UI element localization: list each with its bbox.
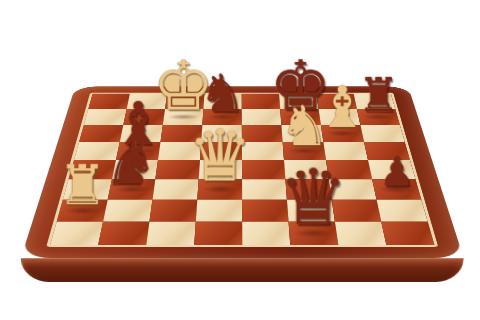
chessboard-photo-scene: ♛♜♞♛♟♝♞♝♚♞♚♜ bbox=[0, 0, 480, 320]
square-b2 bbox=[103, 200, 152, 222]
square-b1 bbox=[98, 222, 149, 246]
board-front-edge bbox=[21, 258, 464, 282]
black-queen-glyph: ♛ bbox=[279, 162, 348, 235]
square-d2 bbox=[196, 200, 242, 222]
square-c2 bbox=[149, 200, 197, 222]
white-rook-glyph: ♜ bbox=[58, 160, 107, 212]
chess-board: ♛♜♞♛♟♝♞♝♚♞♚♜ bbox=[21, 86, 464, 258]
square-h2 bbox=[377, 200, 428, 222]
square-c1 bbox=[146, 222, 196, 246]
black-knight-glyph: ♞ bbox=[105, 135, 158, 191]
white-knight-glyph: ♞ bbox=[279, 100, 329, 152]
square-h1 bbox=[381, 222, 434, 246]
square-a1 bbox=[50, 222, 103, 246]
black-pawn-glyph: ♟ bbox=[379, 153, 415, 191]
white-queen-glyph: ♛ bbox=[188, 123, 252, 191]
square-d1 bbox=[194, 222, 242, 246]
